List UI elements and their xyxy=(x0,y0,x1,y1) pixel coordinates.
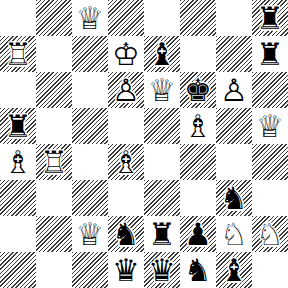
black-rook: ♜♜ xyxy=(144,216,180,252)
square-d8[interactable] xyxy=(108,0,144,36)
black-knight-glyph: ♞ xyxy=(108,216,144,252)
black-rook-glyph: ♜ xyxy=(0,108,36,144)
white-queen: ♛♕ xyxy=(252,108,288,144)
white-knight-glyph: ♘ xyxy=(216,216,252,252)
square-d5[interactable] xyxy=(108,108,144,144)
square-h2[interactable]: ♞♘ xyxy=(252,216,288,252)
square-c3[interactable] xyxy=(72,180,108,216)
white-pawn: ♟♙ xyxy=(108,72,144,108)
square-a2[interactable] xyxy=(0,216,36,252)
square-e4[interactable] xyxy=(144,144,180,180)
black-queen-glyph: ♛ xyxy=(108,252,144,288)
square-e7[interactable]: ♝♝ xyxy=(144,36,180,72)
square-f6[interactable]: ♚♚ xyxy=(180,72,216,108)
white-rook: ♜♖ xyxy=(36,144,72,180)
square-f3[interactable] xyxy=(180,180,216,216)
chess-diagram: ♛♕♜♜♜♖♚♔♝♝♜♜♟♙♛♕♚♚♟♙♜♜♝♗♛♕♝♗♜♖♝♗♞♞♛♕♞♞♜♜… xyxy=(0,0,288,288)
black-knight: ♞♞ xyxy=(216,180,252,216)
white-pawn: ♟♙ xyxy=(216,72,252,108)
square-b4[interactable]: ♜♖ xyxy=(36,144,72,180)
white-king: ♚♔ xyxy=(108,36,144,72)
square-g4[interactable] xyxy=(216,144,252,180)
square-a3[interactable] xyxy=(0,180,36,216)
black-king: ♚♚ xyxy=(180,72,216,108)
black-knight-glyph: ♞ xyxy=(180,252,216,288)
square-e1[interactable]: ♛♛ xyxy=(144,252,180,288)
square-g7[interactable] xyxy=(216,36,252,72)
square-b8[interactable] xyxy=(36,0,72,36)
square-b7[interactable] xyxy=(36,36,72,72)
square-f5[interactable]: ♝♗ xyxy=(180,108,216,144)
black-rook: ♜♜ xyxy=(0,108,36,144)
white-bishop-glyph: ♗ xyxy=(108,144,144,180)
square-f8[interactable] xyxy=(180,0,216,36)
square-f2[interactable]: ♟♟ xyxy=(180,216,216,252)
white-queen-glyph: ♕ xyxy=(72,0,108,36)
square-g5[interactable] xyxy=(216,108,252,144)
square-g3[interactable]: ♞♞ xyxy=(216,180,252,216)
black-king-glyph: ♚ xyxy=(180,72,216,108)
white-queen-glyph: ♕ xyxy=(144,72,180,108)
white-rook-glyph: ♖ xyxy=(0,36,36,72)
white-rook: ♜♖ xyxy=(0,36,36,72)
black-pawn: ♟♟ xyxy=(180,216,216,252)
square-h3[interactable] xyxy=(252,180,288,216)
square-b3[interactable] xyxy=(36,180,72,216)
square-c8[interactable]: ♛♕ xyxy=(72,0,108,36)
black-bishop: ♝♝ xyxy=(144,36,180,72)
square-h7[interactable]: ♜♜ xyxy=(252,36,288,72)
square-g1[interactable]: ♝♝ xyxy=(216,252,252,288)
black-rook: ♜♜ xyxy=(252,36,288,72)
black-knight: ♞♞ xyxy=(180,252,216,288)
white-bishop-glyph: ♗ xyxy=(180,108,216,144)
white-bishop-glyph: ♗ xyxy=(0,144,36,180)
square-c6[interactable] xyxy=(72,72,108,108)
white-pawn-glyph: ♙ xyxy=(216,72,252,108)
square-d7[interactable]: ♚♔ xyxy=(108,36,144,72)
square-h6[interactable] xyxy=(252,72,288,108)
square-c2[interactable]: ♛♕ xyxy=(72,216,108,252)
square-a7[interactable]: ♜♖ xyxy=(0,36,36,72)
white-knight: ♞♘ xyxy=(252,216,288,252)
chess-board: ♛♕♜♜♜♖♚♔♝♝♜♜♟♙♛♕♚♚♟♙♜♜♝♗♛♕♝♗♜♖♝♗♞♞♛♕♞♞♜♜… xyxy=(0,0,288,288)
square-b5[interactable] xyxy=(36,108,72,144)
square-g8[interactable] xyxy=(216,0,252,36)
square-a6[interactable] xyxy=(0,72,36,108)
square-h5[interactable]: ♛♕ xyxy=(252,108,288,144)
white-bishop: ♝♗ xyxy=(180,108,216,144)
square-d3[interactable] xyxy=(108,180,144,216)
white-bishop: ♝♗ xyxy=(108,144,144,180)
square-c4[interactable] xyxy=(72,144,108,180)
white-queen-glyph: ♕ xyxy=(252,108,288,144)
white-queen: ♛♕ xyxy=(72,216,108,252)
black-bishop-glyph: ♝ xyxy=(216,252,252,288)
white-queen: ♛♕ xyxy=(72,0,108,36)
square-e5[interactable] xyxy=(144,108,180,144)
black-bishop-glyph: ♝ xyxy=(144,36,180,72)
white-queen-glyph: ♕ xyxy=(72,216,108,252)
white-knight: ♞♘ xyxy=(216,216,252,252)
square-d6[interactable]: ♟♙ xyxy=(108,72,144,108)
square-h8[interactable]: ♜♜ xyxy=(252,0,288,36)
black-pawn-glyph: ♟ xyxy=(180,216,216,252)
black-knight-glyph: ♞ xyxy=(216,180,252,216)
square-c7[interactable] xyxy=(72,36,108,72)
square-a1[interactable] xyxy=(0,252,36,288)
square-f1[interactable]: ♞♞ xyxy=(180,252,216,288)
white-bishop: ♝♗ xyxy=(0,144,36,180)
black-queen: ♛♛ xyxy=(144,252,180,288)
square-e3[interactable] xyxy=(144,180,180,216)
square-a4[interactable]: ♝♗ xyxy=(0,144,36,180)
square-b1[interactable] xyxy=(36,252,72,288)
square-a5[interactable]: ♜♜ xyxy=(0,108,36,144)
square-e2[interactable]: ♜♜ xyxy=(144,216,180,252)
square-f4[interactable] xyxy=(180,144,216,180)
white-pawn-glyph: ♙ xyxy=(108,72,144,108)
square-b6[interactable] xyxy=(36,72,72,108)
square-f7[interactable] xyxy=(180,36,216,72)
square-e8[interactable] xyxy=(144,0,180,36)
square-c5[interactable] xyxy=(72,108,108,144)
square-g6[interactable]: ♟♙ xyxy=(216,72,252,108)
white-queen: ♛♕ xyxy=(144,72,180,108)
black-knight: ♞♞ xyxy=(108,216,144,252)
square-h4[interactable] xyxy=(252,144,288,180)
black-bishop: ♝♝ xyxy=(216,252,252,288)
square-d4[interactable]: ♝♗ xyxy=(108,144,144,180)
black-rook-glyph: ♜ xyxy=(252,36,288,72)
white-king-glyph: ♔ xyxy=(108,36,144,72)
black-queen-glyph: ♛ xyxy=(144,252,180,288)
square-e6[interactable]: ♛♕ xyxy=(144,72,180,108)
square-d1[interactable]: ♛♛ xyxy=(108,252,144,288)
square-c1[interactable] xyxy=(72,252,108,288)
black-rook-glyph: ♜ xyxy=(252,0,288,36)
black-queen: ♛♛ xyxy=(108,252,144,288)
square-a8[interactable] xyxy=(0,0,36,36)
white-knight-glyph: ♘ xyxy=(252,216,288,252)
black-rook-glyph: ♜ xyxy=(144,216,180,252)
square-d2[interactable]: ♞♞ xyxy=(108,216,144,252)
square-b2[interactable] xyxy=(36,216,72,252)
square-h1[interactable] xyxy=(252,252,288,288)
black-rook: ♜♜ xyxy=(252,0,288,36)
white-rook-glyph: ♖ xyxy=(36,144,72,180)
square-g2[interactable]: ♞♘ xyxy=(216,216,252,252)
